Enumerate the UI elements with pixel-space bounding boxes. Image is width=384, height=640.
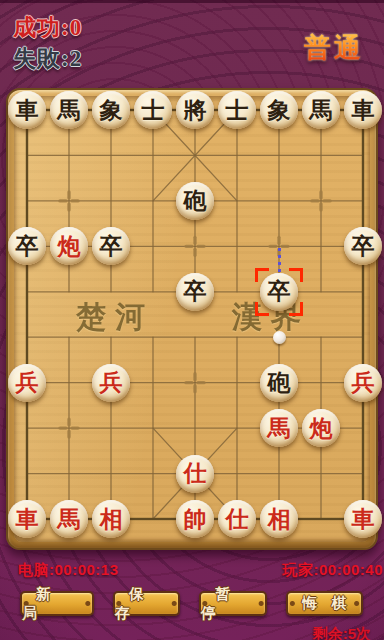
piece-black-卒-f7r5[interactable]: 卒 <box>260 273 298 311</box>
piece-red-相-f7r10[interactable]: 相 <box>260 500 298 538</box>
success-value: 0 <box>70 15 83 40</box>
piece-black-車-f1r1[interactable]: 車 <box>8 91 46 129</box>
piece-black-卒-f5r5[interactable]: 卒 <box>176 273 214 311</box>
fail-counter: 失敗:2 <box>13 43 82 74</box>
undo-remaining-label: 剩余: <box>313 625 348 640</box>
new-game-label: 新局 <box>22 585 92 623</box>
piece-black-士-f4r1[interactable]: 士 <box>134 91 172 129</box>
player-timer-label: 玩家: <box>282 561 319 578</box>
piece-red-帥-f5r10[interactable]: 帥 <box>176 500 214 538</box>
new-game-button[interactable]: 新局 <box>20 591 94 616</box>
piece-red-兵-f3r7[interactable]: 兵 <box>92 364 130 402</box>
piece-red-仕-f6r10[interactable]: 仕 <box>218 500 256 538</box>
save-label: 保存 <box>115 585 178 623</box>
computer-timer-label: 电脑: <box>18 561 55 578</box>
piece-red-車-f1r10[interactable]: 車 <box>8 500 46 538</box>
river-label-left: 楚河 <box>50 297 180 338</box>
piece-red-兵-f9r7[interactable]: 兵 <box>344 364 382 402</box>
piece-red-炮-f8r8[interactable]: 炮 <box>302 409 340 447</box>
piece-black-士-f6r1[interactable]: 士 <box>218 91 256 129</box>
player-timer-value: 00:00:40 <box>319 561 383 578</box>
piece-red-車-f9r10[interactable]: 車 <box>344 500 382 538</box>
piece-red-兵-f1r7[interactable]: 兵 <box>8 364 46 402</box>
success-label: 成功: <box>13 15 70 40</box>
undo-remaining: 剩余:5次 <box>313 625 371 640</box>
pause-label: 暂停 <box>201 585 265 623</box>
move-hint-dot[interactable] <box>273 331 286 344</box>
undo-label: 悔棋 <box>289 594 361 613</box>
top-divider <box>0 0 384 3</box>
piece-black-象-f3r1[interactable]: 象 <box>92 91 130 129</box>
pause-button[interactable]: 暂停 <box>199 591 267 616</box>
piece-black-將-f5r1[interactable]: 將 <box>176 91 214 129</box>
piece-black-砲-f5r3[interactable]: 砲 <box>176 182 214 220</box>
undo-remaining-value: 5次 <box>348 625 371 640</box>
piece-black-馬-f8r1[interactable]: 馬 <box>302 91 340 129</box>
piece-black-象-f7r1[interactable]: 象 <box>260 91 298 129</box>
piece-red-仕-f5r9[interactable]: 仕 <box>176 455 214 493</box>
piece-black-砲-f7r7[interactable]: 砲 <box>260 364 298 402</box>
success-counter: 成功:0 <box>13 12 82 43</box>
computer-timer: 电脑:00:00:13 <box>18 561 119 580</box>
player-timer: 玩家:00:00:40 <box>282 561 383 580</box>
save-button[interactable]: 保存 <box>113 591 180 616</box>
computer-timer-value: 00:00:13 <box>55 561 119 578</box>
piece-black-車-f9r1[interactable]: 車 <box>344 91 382 129</box>
piece-black-馬-f2r1[interactable]: 馬 <box>50 91 88 129</box>
fail-label: 失敗: <box>13 46 70 71</box>
piece-red-馬-f2r10[interactable]: 馬 <box>50 500 88 538</box>
difficulty-badge[interactable]: 普通 <box>304 30 364 66</box>
piece-red-馬-f7r8[interactable]: 馬 <box>260 409 298 447</box>
xiangqi-board[interactable]: 楚河 漢界 車馬象士將士象馬車砲卒炮卒卒卒卒兵兵砲兵馬炮仕車馬相帥仕相車 <box>6 88 378 550</box>
action-button-row: 新局 保存 暂停 悔棋 <box>20 591 363 616</box>
fail-value: 2 <box>70 46 83 71</box>
piece-red-相-f3r10[interactable]: 相 <box>92 500 130 538</box>
undo-button[interactable]: 悔棋 <box>286 591 363 616</box>
